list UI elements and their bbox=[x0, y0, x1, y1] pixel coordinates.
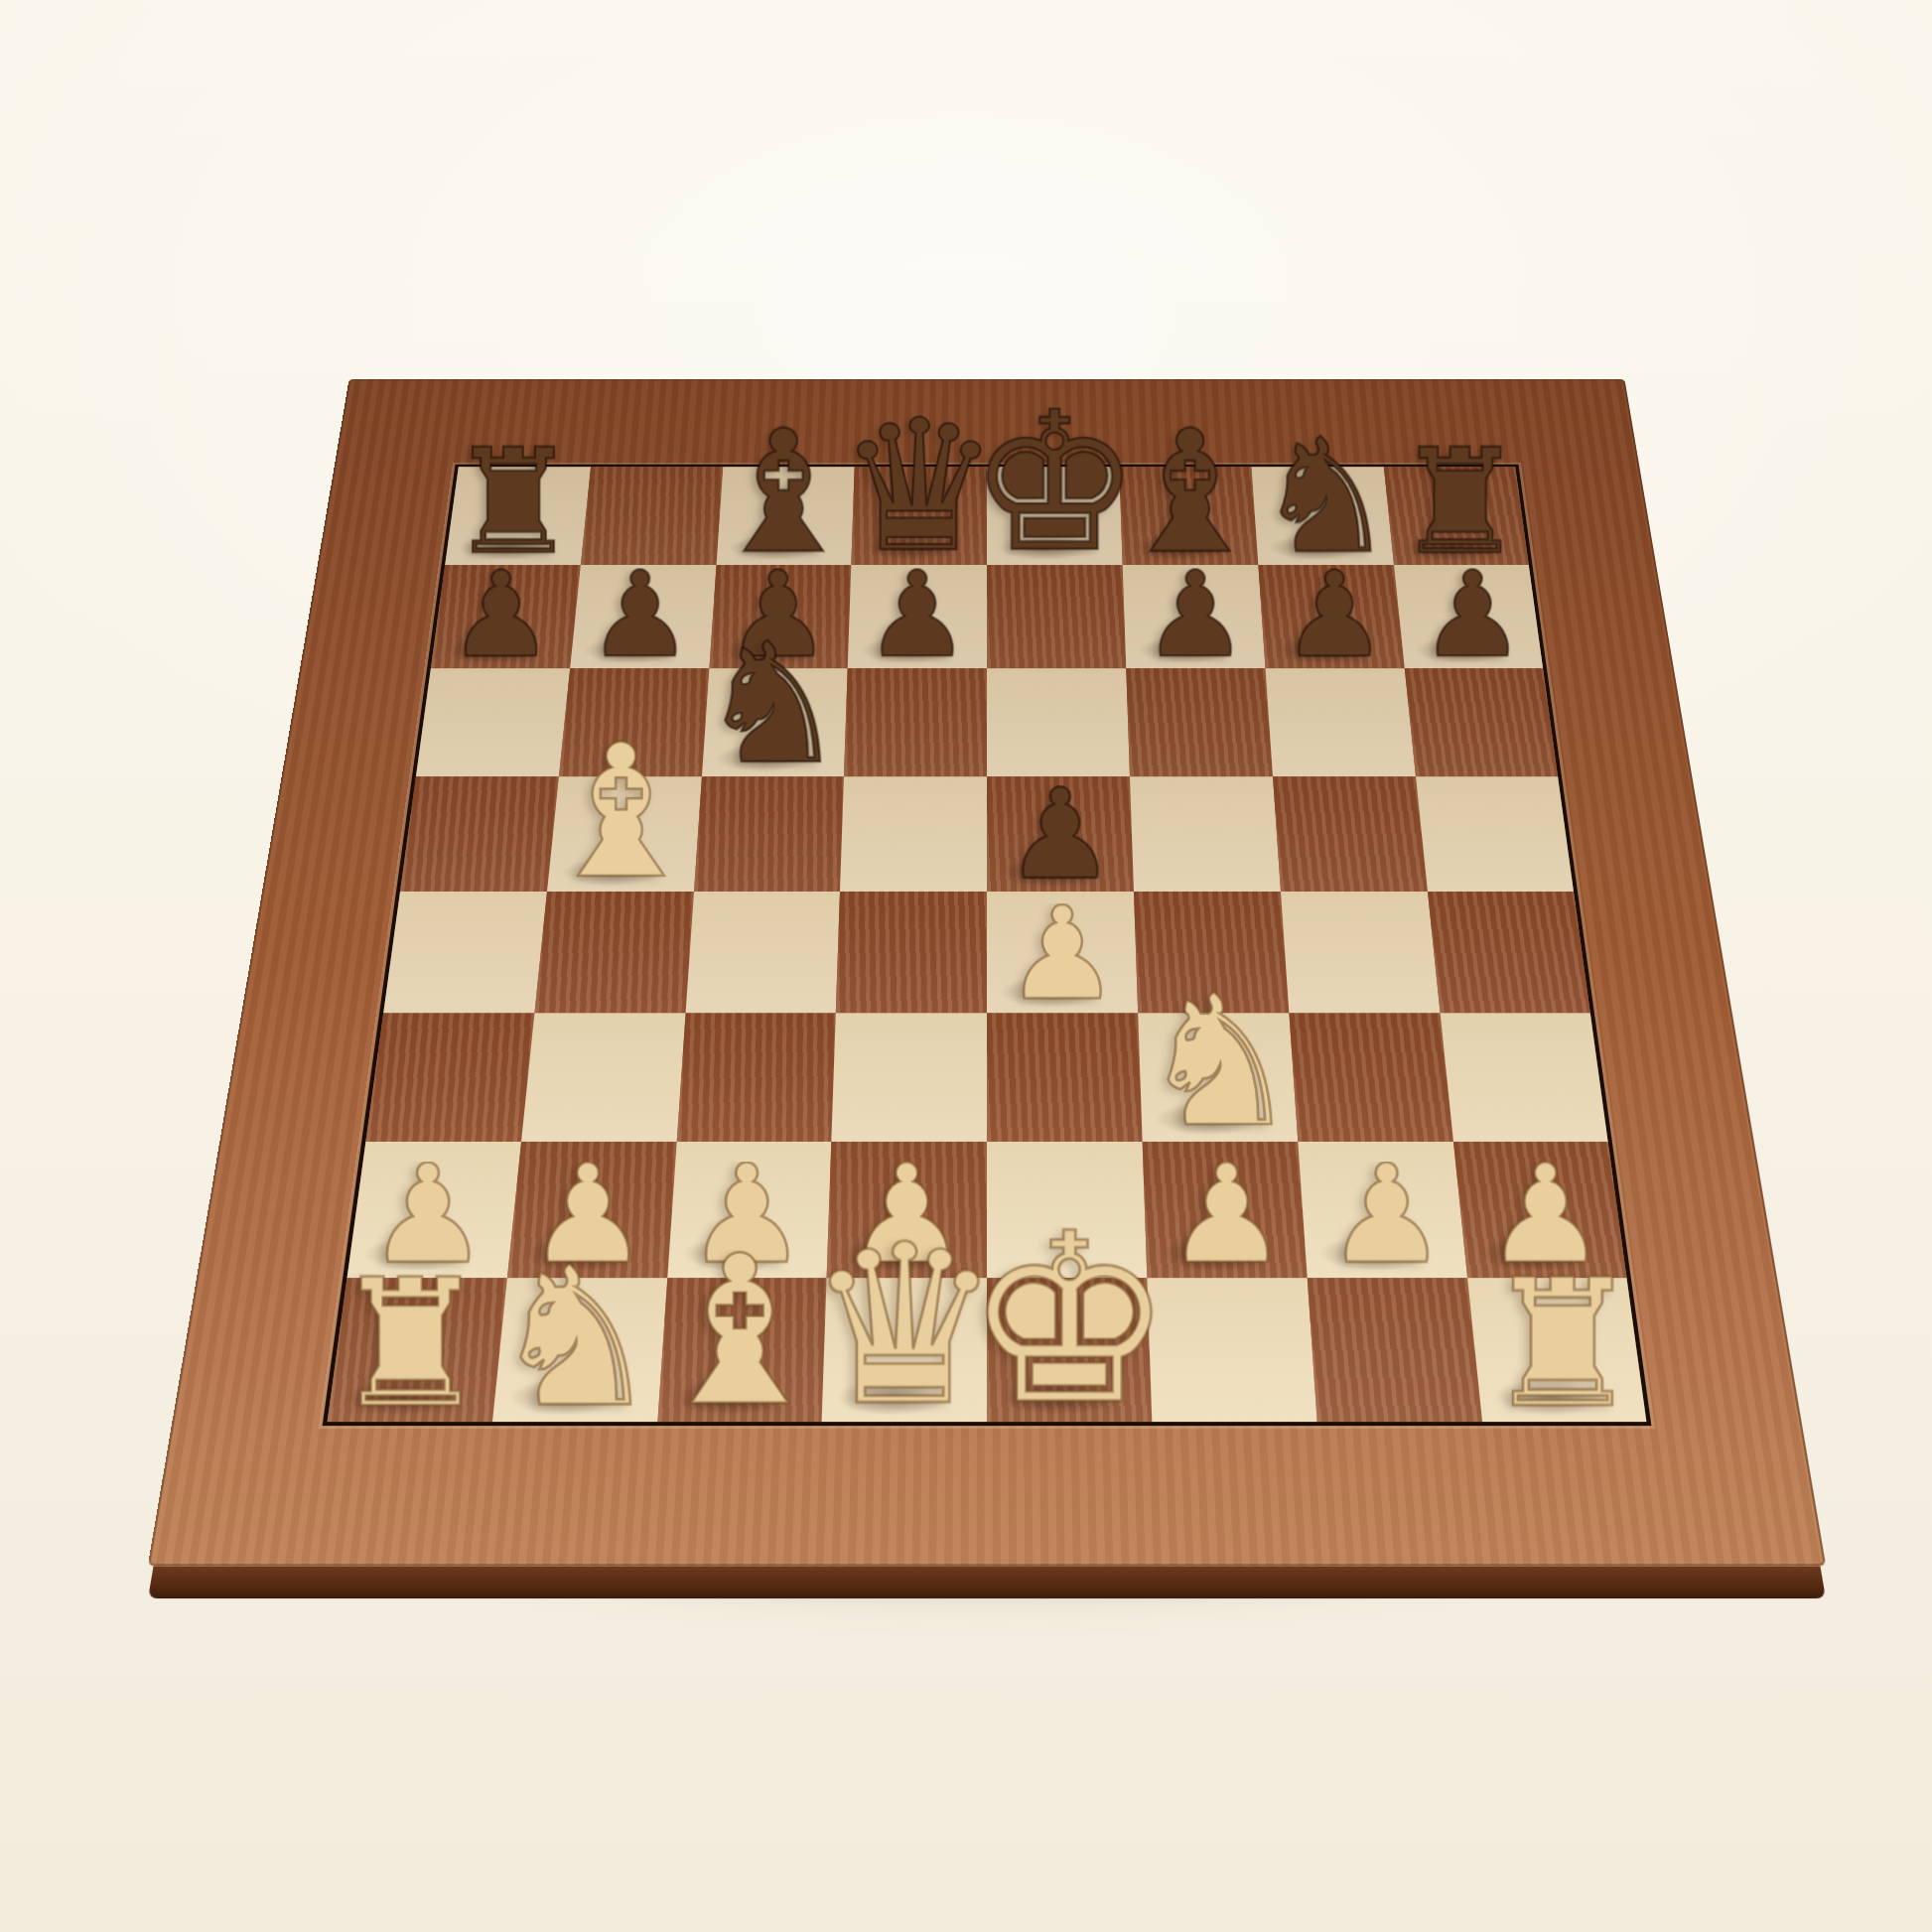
piece-white-knight-f3: ♞ bbox=[1139, 990, 1301, 1134]
square-b1: ♞ bbox=[492, 1278, 667, 1423]
square-f6 bbox=[1126, 668, 1273, 777]
square-e3 bbox=[987, 1013, 1142, 1141]
square-d7: ♟ bbox=[848, 565, 987, 668]
lighting-tint bbox=[1289, 1013, 1452, 1141]
square-a7: ♟ bbox=[431, 565, 581, 668]
square-f5 bbox=[1130, 777, 1281, 893]
lighting-tint bbox=[836, 892, 987, 1013]
square-g1 bbox=[1307, 1278, 1481, 1423]
square-e7 bbox=[987, 565, 1126, 668]
piece-white-queen-d1: ♛ bbox=[805, 1238, 1003, 1415]
lighting-tint bbox=[1281, 892, 1440, 1013]
square-d1: ♛ bbox=[822, 1278, 987, 1423]
piece-black-pawn-f7: ♟ bbox=[1142, 568, 1248, 662]
lighting-tint bbox=[1404, 668, 1558, 777]
square-g6 bbox=[1265, 668, 1415, 777]
lighting-tint bbox=[1307, 1278, 1481, 1423]
piece-white-pawn-e4: ♟ bbox=[1005, 903, 1120, 1007]
piece-black-pawn-d7: ♟ bbox=[865, 568, 971, 662]
lighting-tint bbox=[1130, 777, 1281, 893]
lighting-tint bbox=[840, 777, 987, 893]
square-d4 bbox=[836, 892, 987, 1013]
square-f7: ♟ bbox=[1122, 565, 1265, 668]
piece-white-rook-h1: ♜ bbox=[1484, 1274, 1642, 1415]
lighting-tint bbox=[1273, 777, 1428, 893]
square-g5 bbox=[1273, 777, 1428, 893]
lighting-tint bbox=[676, 1013, 836, 1141]
lighting-tint bbox=[844, 668, 987, 777]
piece-black-knight-g8: ♞ bbox=[1255, 434, 1396, 560]
square-b7: ♟ bbox=[570, 565, 716, 668]
lighting-tint bbox=[832, 1013, 987, 1141]
lighting-tint bbox=[400, 777, 559, 893]
piece-black-bishop-f8: ♝ bbox=[1114, 424, 1266, 559]
photo-scene: ♜♝♛♚♝♞♜♟♟♟♟♟♟♟♞♝♟♟♞♟♟♟♟♟♟♟♜♞♝♛♚♜ bbox=[0, 0, 1932, 1932]
square-a3 bbox=[365, 1013, 534, 1141]
square-c4 bbox=[685, 892, 840, 1013]
piece-black-pawn-h7: ♟ bbox=[1420, 568, 1526, 662]
piece-white-rook-a1: ♜ bbox=[332, 1274, 489, 1415]
piece-white-pawn-f2: ♟ bbox=[1166, 1162, 1288, 1271]
square-b3 bbox=[521, 1013, 685, 1141]
square-e1: ♚ bbox=[987, 1278, 1152, 1423]
square-h4 bbox=[1427, 892, 1590, 1013]
lighting-tint bbox=[521, 1013, 685, 1141]
square-a5 bbox=[400, 777, 559, 893]
piece-white-knight-b1: ♞ bbox=[489, 1261, 661, 1414]
chess-board: ♜♝♛♚♝♞♜♟♟♟♟♟♟♟♞♝♟♟♞♟♟♟♟♟♟♟♜♞♝♛♚♜ bbox=[147, 379, 1826, 1567]
square-f3: ♞ bbox=[1138, 1013, 1298, 1141]
square-e4: ♟ bbox=[987, 892, 1138, 1013]
lighting-tint bbox=[1265, 668, 1415, 777]
square-b5: ♝ bbox=[547, 777, 702, 893]
square-g2: ♟ bbox=[1298, 1142, 1467, 1278]
piece-black-rook-h8: ♜ bbox=[1396, 444, 1526, 560]
square-g3 bbox=[1289, 1013, 1452, 1141]
piece-white-bishop-b5: ♝ bbox=[538, 739, 703, 886]
square-c5 bbox=[693, 777, 844, 893]
piece-black-rook-a8: ♜ bbox=[449, 444, 579, 560]
lighting-tint bbox=[1126, 668, 1273, 777]
lighting-tint bbox=[1440, 1013, 1608, 1141]
square-a4 bbox=[383, 892, 547, 1013]
board-front-edge bbox=[148, 1567, 1827, 1599]
square-c1: ♝ bbox=[657, 1278, 827, 1423]
piece-black-knight-c6: ♞ bbox=[699, 638, 848, 771]
lighting-tint bbox=[1427, 892, 1590, 1013]
lighting-tint bbox=[534, 892, 693, 1013]
square-h6 bbox=[1404, 668, 1558, 777]
square-e8: ♚ bbox=[987, 467, 1122, 565]
lighting-tint bbox=[383, 892, 547, 1013]
piece-black-bishop-c8: ♝ bbox=[708, 424, 860, 559]
board-grid: ♜♝♛♚♝♞♜♟♟♟♟♟♟♟♞♝♟♟♞♟♟♟♟♟♟♟♜♞♝♛♚♜ bbox=[322, 465, 1651, 1427]
lighting-tint bbox=[987, 1013, 1142, 1141]
square-c3 bbox=[676, 1013, 836, 1141]
square-d3 bbox=[832, 1013, 987, 1141]
piece-black-pawn-e5: ♟ bbox=[1004, 785, 1116, 886]
square-d5 bbox=[840, 777, 987, 893]
square-d6 bbox=[844, 668, 987, 777]
square-e5: ♟ bbox=[987, 777, 1134, 893]
square-g4 bbox=[1281, 892, 1440, 1013]
square-h5 bbox=[1415, 777, 1574, 893]
piece-white-bishop-c1: ♝ bbox=[647, 1249, 832, 1414]
square-h7: ♟ bbox=[1393, 565, 1543, 668]
piece-white-pawn-g2: ♟ bbox=[1325, 1162, 1448, 1271]
square-h3 bbox=[1440, 1013, 1608, 1141]
square-a1: ♜ bbox=[327, 1278, 506, 1423]
piece-black-pawn-g7: ♟ bbox=[1281, 568, 1387, 662]
square-g7: ♟ bbox=[1258, 565, 1404, 668]
piece-black-pawn-a7: ♟ bbox=[448, 568, 554, 662]
piece-black-pawn-b7: ♟ bbox=[587, 568, 693, 662]
square-h1: ♜ bbox=[1466, 1278, 1646, 1423]
square-c6: ♞ bbox=[701, 668, 848, 777]
lighting-tint bbox=[1415, 777, 1574, 893]
lighting-tint bbox=[987, 565, 1126, 668]
lighting-tint bbox=[693, 777, 844, 893]
square-b4 bbox=[534, 892, 693, 1013]
lighting-tint bbox=[685, 892, 840, 1013]
lighting-tint bbox=[365, 1013, 534, 1141]
